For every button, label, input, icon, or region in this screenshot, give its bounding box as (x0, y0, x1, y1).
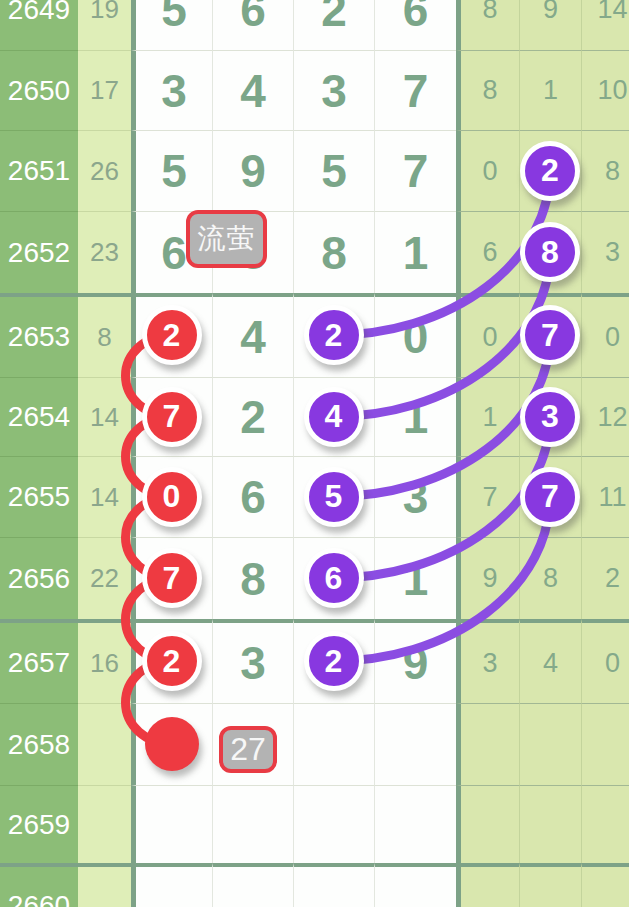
circled-digit-2654-r2: 3 (520, 387, 580, 447)
circled-digit-2656-m3: 6 (304, 548, 364, 608)
circled-digit-2651-r2: 2 (520, 141, 580, 201)
circled-digit-2654-m3: 4 (304, 387, 364, 447)
circled-digit-2652-r2: 8 (520, 222, 580, 282)
circled-digit-2655-r2: 7 (520, 467, 580, 527)
circled-digit-2653-m3: 2 (304, 305, 364, 365)
lottery-trend-chart: 2649195626891426501734378110265126595702… (0, 0, 629, 907)
connector-lines-layer (0, 0, 629, 907)
circled-digit-2655-m1: 0 (142, 467, 202, 527)
circled-digit-2657-m1: 2 (142, 631, 202, 691)
circled-digit-2657-m3: 2 (304, 631, 364, 691)
purple-link-0 (334, 171, 551, 336)
watermark-badge: 流萤 (186, 210, 267, 268)
circled-digit-2653-r2: 7 (520, 305, 580, 365)
red-dot-2658-m1 (145, 717, 199, 771)
prediction-badge: 27 (219, 726, 277, 773)
circled-digit-2655-m3: 5 (304, 467, 364, 527)
circled-digit-2653-m1: 2 (142, 305, 202, 365)
circled-digit-2656-m1: 7 (142, 548, 202, 608)
circled-digit-2654-m1: 7 (142, 387, 202, 447)
chart-inner: 2649195626891426501734378110265126595702… (0, 0, 629, 907)
